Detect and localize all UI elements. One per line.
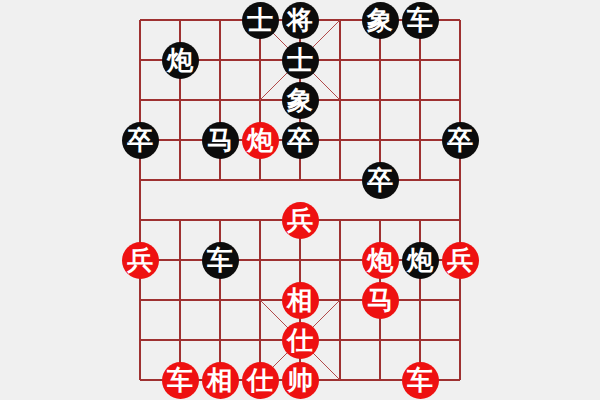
piece-black-advisor[interactable]: 士 bbox=[282, 42, 319, 79]
point-marker-corner bbox=[166, 286, 175, 295]
point-marker-corner bbox=[166, 305, 175, 314]
piece-black-pawn[interactable]: 卒 bbox=[362, 162, 399, 199]
pieces-layer: 士将象车炮士象卒马炮卒卒卒兵兵车炮炮兵相马仕车相仕帅车 bbox=[120, 0, 480, 400]
piece-black-elephant[interactable]: 象 bbox=[362, 2, 399, 39]
xiangqi-board[interactable]: 士将象车炮士象卒马炮卒卒卒兵兵车炮炮兵相马仕车相仕帅车 bbox=[120, 0, 480, 400]
piece-red-horse[interactable]: 马 bbox=[362, 282, 399, 319]
point-marker-corner bbox=[286, 265, 295, 274]
piece-red-pawn[interactable]: 兵 bbox=[442, 242, 479, 279]
point-marker bbox=[160, 280, 200, 320]
piece-red-elephant[interactable]: 相 bbox=[202, 362, 239, 399]
xiangqi-app: 士将象车炮士象卒马炮卒卒卒兵兵车炮炮兵相马仕车相仕帅车 bbox=[0, 0, 600, 400]
point-marker-corner bbox=[406, 286, 415, 295]
piece-red-advisor[interactable]: 仕 bbox=[282, 322, 319, 359]
point-marker-corner bbox=[385, 145, 394, 154]
point-marker-corner bbox=[185, 105, 194, 114]
piece-red-cannon[interactable]: 炮 bbox=[242, 122, 279, 159]
point-marker bbox=[280, 240, 320, 280]
piece-red-pawn[interactable]: 兵 bbox=[282, 202, 319, 239]
point-marker-corner bbox=[185, 286, 194, 295]
piece-red-chariot[interactable]: 车 bbox=[402, 362, 439, 399]
piece-black-general[interactable]: 将 bbox=[282, 2, 319, 39]
point-marker-corner bbox=[286, 246, 295, 255]
piece-red-cannon[interactable]: 炮 bbox=[362, 242, 399, 279]
point-marker bbox=[400, 280, 440, 320]
piece-red-elephant[interactable]: 相 bbox=[282, 282, 319, 319]
piece-black-elephant[interactable]: 象 bbox=[282, 82, 319, 119]
point-marker-corner bbox=[366, 145, 375, 154]
point-marker-corner bbox=[425, 86, 434, 95]
point-marker-corner bbox=[406, 86, 415, 95]
point-marker-corner bbox=[305, 246, 314, 255]
point-marker-corner bbox=[425, 286, 434, 295]
piece-black-advisor[interactable]: 士 bbox=[242, 2, 279, 39]
piece-black-chariot[interactable]: 车 bbox=[202, 242, 239, 279]
piece-black-pawn[interactable]: 卒 bbox=[282, 122, 319, 159]
piece-black-horse[interactable]: 马 bbox=[202, 122, 239, 159]
piece-black-cannon[interactable]: 炮 bbox=[162, 42, 199, 79]
piece-black-pawn[interactable]: 卒 bbox=[442, 122, 479, 159]
piece-red-chariot[interactable]: 车 bbox=[162, 362, 199, 399]
point-marker bbox=[160, 80, 200, 120]
point-marker bbox=[400, 80, 440, 120]
piece-red-general[interactable]: 帅 bbox=[282, 362, 319, 399]
point-marker-corner bbox=[425, 105, 434, 114]
point-marker-corner bbox=[366, 126, 375, 135]
point-marker-corner bbox=[425, 305, 434, 314]
point-marker-corner bbox=[166, 105, 175, 114]
point-marker-corner bbox=[185, 86, 194, 95]
piece-red-pawn[interactable]: 兵 bbox=[122, 242, 159, 279]
point-marker-corner bbox=[166, 86, 175, 95]
point-marker bbox=[360, 120, 400, 160]
piece-black-pawn[interactable]: 卒 bbox=[122, 122, 159, 159]
piece-black-chariot[interactable]: 车 bbox=[402, 2, 439, 39]
point-marker-corner bbox=[185, 305, 194, 314]
point-marker-corner bbox=[305, 265, 314, 274]
point-marker-corner bbox=[406, 105, 415, 114]
point-marker-corner bbox=[385, 126, 394, 135]
point-marker-corner bbox=[406, 305, 415, 314]
piece-red-advisor[interactable]: 仕 bbox=[242, 362, 279, 399]
piece-black-cannon[interactable]: 炮 bbox=[402, 242, 439, 279]
